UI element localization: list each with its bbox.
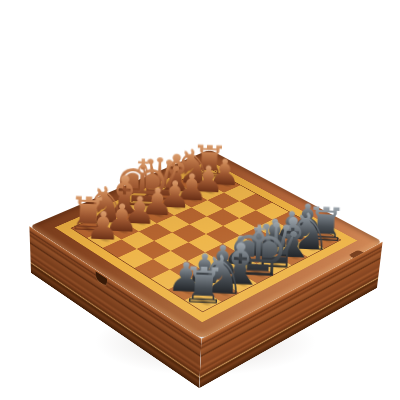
product-photo-chess-set: ♜♞♝♛♚♝♞♜♟♟♟♟♟♟♟♟♟♟♟♟♟♟♟♟♜♞♝♛♚♝♞♜: [0, 0, 400, 400]
square: [118, 249, 153, 268]
board-3d: ♜♞♝♛♚♝♞♜♟♟♟♟♟♟♟♟♟♟♟♟♟♟♟♟♜♞♝♛♚♝♞♜: [29, 149, 382, 338]
chess-box: ♜♞♝♛♚♝♞♜♟♟♟♟♟♟♟♟♟♟♟♟♟♟♟♟♜♞♝♛♚♝♞♜: [76, 104, 337, 365]
scene-3d: ♜♞♝♛♚♝♞♜♟♟♟♟♟♟♟♟♟♟♟♟♟♟♟♟♜♞♝♛♚♝♞♜: [76, 104, 337, 365]
